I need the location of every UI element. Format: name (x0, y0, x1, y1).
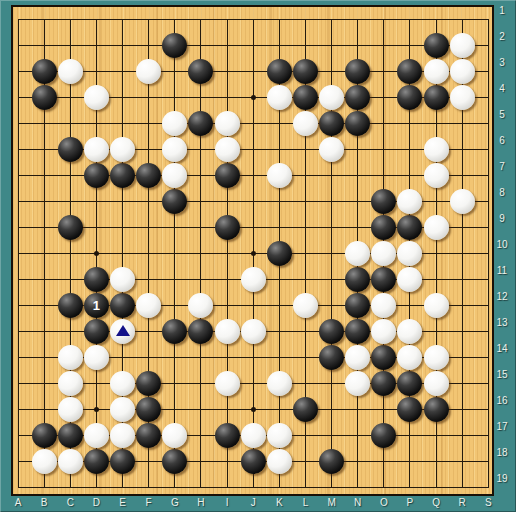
stone-white-H12 (188, 293, 213, 318)
stone-black-H5 (188, 111, 213, 136)
column-label-Q: Q (426, 498, 446, 508)
stone-white-E17 (110, 423, 135, 448)
stone-white-I5 (215, 111, 240, 136)
stone-white-F3 (136, 59, 161, 84)
column-label-N: N (348, 498, 368, 508)
triangle-marker-icon (116, 325, 130, 336)
stone-black-O8 (371, 189, 396, 214)
stone-white-K18 (267, 449, 292, 474)
stone-white-M4 (319, 85, 344, 110)
column-label-E: E (113, 498, 133, 508)
row-label-10: 10 (492, 240, 512, 250)
stone-black-Q2 (424, 33, 449, 58)
stone-white-G5 (162, 111, 187, 136)
stone-black-O17 (371, 423, 396, 448)
stone-black-M5 (319, 111, 344, 136)
stone-white-E6 (110, 137, 135, 162)
stone-white-P11 (397, 267, 422, 292)
stone-white-G7 (162, 163, 187, 188)
column-label-H: H (191, 498, 211, 508)
stone-black-N5 (345, 111, 370, 136)
stone-white-E13 (110, 319, 135, 344)
stone-white-Q14 (424, 345, 449, 370)
row-label-7: 7 (492, 162, 512, 172)
stone-white-J17 (241, 423, 266, 448)
stone-black-D7 (84, 163, 109, 188)
stone-black-G18 (162, 449, 187, 474)
column-label-B: B (34, 498, 54, 508)
stone-white-O13 (371, 319, 396, 344)
stone-white-P14 (397, 345, 422, 370)
stone-white-C18 (58, 449, 83, 474)
stone-white-L12 (293, 293, 318, 318)
row-label-5: 5 (492, 110, 512, 120)
stone-black-N13 (345, 319, 370, 344)
stone-black-I17 (215, 423, 240, 448)
stone-white-Q15 (424, 371, 449, 396)
stone-black-N4 (345, 85, 370, 110)
stone-white-C15 (58, 371, 83, 396)
stone-black-L16 (293, 397, 318, 422)
stone-black-K3 (267, 59, 292, 84)
stone-white-I13 (215, 319, 240, 344)
column-label-I: I (217, 498, 237, 508)
row-label-16: 16 (492, 396, 512, 406)
stone-white-C3 (58, 59, 83, 84)
stone-black-P15 (397, 371, 422, 396)
stone-black-E7 (110, 163, 135, 188)
column-label-G: G (165, 498, 185, 508)
stone-black-L4 (293, 85, 318, 110)
stone-black-B4 (32, 85, 57, 110)
stone-white-J11 (241, 267, 266, 292)
stone-white-K7 (267, 163, 292, 188)
column-label-F: F (139, 498, 159, 508)
column-label-R: R (452, 498, 472, 508)
stone-white-O12 (371, 293, 396, 318)
row-label-8: 8 (492, 188, 512, 198)
stone-black-G13 (162, 319, 187, 344)
stone-white-R8 (450, 189, 475, 214)
stone-white-R2 (450, 33, 475, 58)
column-label-C: C (60, 498, 80, 508)
stone-black-N11 (345, 267, 370, 292)
go-game-window: 1 ABCDEFGHIJKLMNOPQRS 123456789101112131… (0, 0, 516, 512)
stone-white-Q7 (424, 163, 449, 188)
stone-white-L5 (293, 111, 318, 136)
stone-white-K4 (267, 85, 292, 110)
column-label-J: J (243, 498, 263, 508)
stone-black-E12 (110, 293, 135, 318)
stone-white-O10 (371, 241, 396, 266)
stone-white-I15 (215, 371, 240, 396)
stone-black-C17 (58, 423, 83, 448)
stone-black-Q4 (424, 85, 449, 110)
stone-white-K15 (267, 371, 292, 396)
stone-black-P4 (397, 85, 422, 110)
stone-black-O9 (371, 215, 396, 240)
column-label-L: L (295, 498, 315, 508)
row-label-6: 6 (492, 136, 512, 146)
stone-black-L3 (293, 59, 318, 84)
column-label-P: P (400, 498, 420, 508)
stone-black-F15 (136, 371, 161, 396)
column-label-D: D (86, 498, 106, 508)
stone-white-E15 (110, 371, 135, 396)
row-label-2: 2 (492, 32, 512, 42)
stone-black-O15 (371, 371, 396, 396)
row-label-18: 18 (492, 448, 512, 458)
stone-black-M13 (319, 319, 344, 344)
stone-white-E11 (110, 267, 135, 292)
row-label-4: 4 (492, 84, 512, 94)
row-label-1: 1 (492, 6, 512, 16)
row-label-3: 3 (492, 58, 512, 68)
stone-black-F16 (136, 397, 161, 422)
stone-black-P9 (397, 215, 422, 240)
stone-white-I6 (215, 137, 240, 162)
stone-black-M14 (319, 345, 344, 370)
stone-black-O14 (371, 345, 396, 370)
stone-white-D14 (84, 345, 109, 370)
column-label-M: M (322, 498, 342, 508)
stone-black-J18 (241, 449, 266, 474)
row-label-15: 15 (492, 370, 512, 380)
stone-white-N10 (345, 241, 370, 266)
column-label-K: K (269, 498, 289, 508)
stone-white-E16 (110, 397, 135, 422)
stone-white-P13 (397, 319, 422, 344)
stone-white-J13 (241, 319, 266, 344)
stone-black-B17 (32, 423, 57, 448)
stone-white-Q9 (424, 215, 449, 240)
column-label-O: O (374, 498, 394, 508)
stone-white-G17 (162, 423, 187, 448)
stone-black-D13 (84, 319, 109, 344)
stone-black-F7 (136, 163, 161, 188)
stone-black-D11 (84, 267, 109, 292)
stone-white-P8 (397, 189, 422, 214)
stone-black-C6 (58, 137, 83, 162)
row-label-19: 19 (492, 474, 512, 484)
row-label-14: 14 (492, 344, 512, 354)
stones-layer: 1 (5, 6, 501, 500)
stone-white-R3 (450, 59, 475, 84)
stone-white-F12 (136, 293, 161, 318)
stone-white-G6 (162, 137, 187, 162)
stone-white-P10 (397, 241, 422, 266)
stone-black-E18 (110, 449, 135, 474)
stone-black-F17 (136, 423, 161, 448)
row-label-12: 12 (492, 292, 512, 302)
stone-black-K10 (267, 241, 292, 266)
stone-black-M18 (319, 449, 344, 474)
stone-white-Q3 (424, 59, 449, 84)
go-board[interactable]: 1 (11, 5, 494, 496)
stone-black-H3 (188, 59, 213, 84)
row-label-11: 11 (492, 266, 512, 276)
stone-white-Q12 (424, 293, 449, 318)
column-label-A: A (8, 498, 28, 508)
stone-black-B3 (32, 59, 57, 84)
stone-white-K17 (267, 423, 292, 448)
row-label-13: 13 (492, 318, 512, 328)
stone-white-N14 (345, 345, 370, 370)
stone-black-Q16 (424, 397, 449, 422)
stone-black-G2 (162, 33, 187, 58)
stone-white-Q6 (424, 137, 449, 162)
stone-black-N12 (345, 293, 370, 318)
stone-white-N15 (345, 371, 370, 396)
stone-black-P16 (397, 397, 422, 422)
stone-black-O11 (371, 267, 396, 292)
stone-black-D12: 1 (84, 293, 109, 318)
stone-white-D4 (84, 85, 109, 110)
stone-black-C9 (58, 215, 83, 240)
stone-white-C14 (58, 345, 83, 370)
stone-white-M6 (319, 137, 344, 162)
stone-black-P3 (397, 59, 422, 84)
stone-black-D18 (84, 449, 109, 474)
stone-white-D17 (84, 423, 109, 448)
stone-black-I7 (215, 163, 240, 188)
stone-black-N3 (345, 59, 370, 84)
stone-white-B18 (32, 449, 57, 474)
row-label-9: 9 (492, 214, 512, 224)
move-number-label: 1 (93, 299, 100, 312)
stone-white-D6 (84, 137, 109, 162)
stone-white-R4 (450, 85, 475, 110)
stone-white-C16 (58, 397, 83, 422)
stone-black-H13 (188, 319, 213, 344)
column-label-S: S (478, 498, 498, 508)
stone-black-C12 (58, 293, 83, 318)
stone-black-I9 (215, 215, 240, 240)
row-label-17: 17 (492, 422, 512, 432)
stone-black-G8 (162, 189, 187, 214)
